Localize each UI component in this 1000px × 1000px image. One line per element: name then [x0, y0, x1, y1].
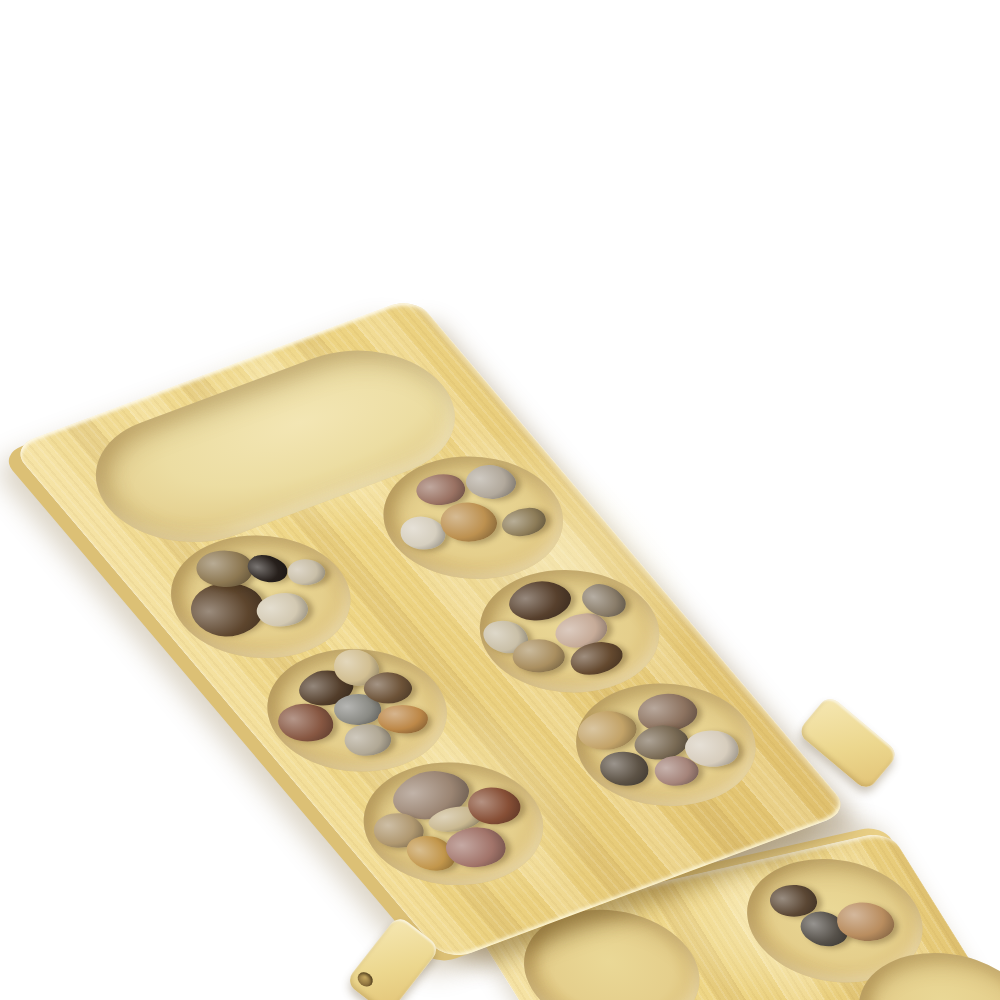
board-half-near [10, 297, 851, 962]
stone [280, 555, 332, 590]
stone [457, 460, 523, 505]
hinge-pin-hole [355, 969, 376, 989]
scene [0, 0, 1000, 1000]
stone [494, 502, 555, 543]
